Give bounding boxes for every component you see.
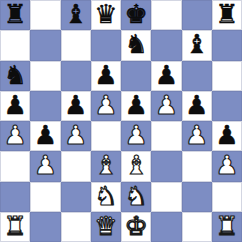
piece-white-pawn: ♟ [124, 122, 147, 148]
piece-black-bishop: ♝ [64, 1, 87, 27]
piece-white-pawn: ♟ [155, 92, 178, 118]
square-a6[interactable]: ♞ [0, 61, 30, 91]
piece-white-bishop: ♝ [124, 152, 147, 178]
square-b4[interactable]: ♟ [30, 121, 60, 151]
piece-white-knight: ♞ [124, 183, 147, 209]
piece-white-pawn: ♟ [3, 122, 26, 148]
square-d8[interactable]: ♛ [91, 0, 121, 30]
piece-black-rook: ♜ [215, 1, 238, 27]
square-h6[interactable] [212, 61, 242, 91]
piece-black-knight: ♞ [124, 31, 147, 57]
square-b8[interactable] [30, 0, 60, 30]
square-f3[interactable] [151, 151, 181, 181]
piece-black-pawn: ♟ [155, 62, 178, 88]
square-e7[interactable]: ♞ [121, 30, 151, 60]
square-a5[interactable]: ♟ [0, 91, 30, 121]
square-d3[interactable]: ♝ [91, 151, 121, 181]
square-h2[interactable] [212, 182, 242, 212]
square-g7[interactable]: ♝ [182, 30, 212, 60]
square-c2[interactable] [61, 182, 91, 212]
square-e8[interactable]: ♚ [121, 0, 151, 30]
square-c4[interactable]: ♟ [61, 121, 91, 151]
square-c6[interactable] [61, 61, 91, 91]
piece-white-bishop: ♝ [94, 152, 117, 178]
piece-white-rook: ♜ [3, 213, 26, 239]
square-e2[interactable]: ♞ [121, 182, 151, 212]
square-c5[interactable]: ♟ [61, 91, 91, 121]
square-a4[interactable]: ♟ [0, 121, 30, 151]
square-d5[interactable]: ♟ [91, 91, 121, 121]
square-g8[interactable] [182, 0, 212, 30]
square-e6[interactable] [121, 61, 151, 91]
piece-black-bishop: ♝ [185, 31, 208, 57]
square-h7[interactable] [212, 30, 242, 60]
piece-black-pawn: ♟ [34, 122, 57, 148]
square-f5[interactable]: ♟ [151, 91, 181, 121]
piece-white-pawn: ♟ [34, 152, 57, 178]
square-d1[interactable]: ♛ [91, 212, 121, 242]
square-f4[interactable] [151, 121, 181, 151]
square-e4[interactable]: ♟ [121, 121, 151, 151]
piece-black-queen: ♛ [94, 1, 117, 27]
piece-black-pawn: ♟ [185, 92, 208, 118]
square-d7[interactable] [91, 30, 121, 60]
piece-white-king: ♚ [124, 213, 147, 239]
square-g3[interactable] [182, 151, 212, 181]
square-b1[interactable] [30, 212, 60, 242]
piece-white-queen: ♛ [94, 213, 117, 239]
piece-black-king: ♚ [124, 1, 147, 27]
square-d6[interactable]: ♟ [91, 61, 121, 91]
square-g6[interactable] [182, 61, 212, 91]
square-c8[interactable]: ♝ [61, 0, 91, 30]
square-f6[interactable]: ♟ [151, 61, 181, 91]
chess-board: ♜♝♛♚♜♞♝♞♟♟♟♟♟♟♟♟♟♟♟♟♟♟♟♝♝♟♞♞♜♛♚♜ [0, 0, 242, 242]
square-c7[interactable] [61, 30, 91, 60]
piece-white-pawn: ♟ [215, 152, 238, 178]
square-b2[interactable] [30, 182, 60, 212]
piece-black-pawn: ♟ [3, 92, 26, 118]
square-e3[interactable]: ♝ [121, 151, 151, 181]
square-f2[interactable] [151, 182, 181, 212]
piece-black-rook: ♜ [3, 1, 26, 27]
square-a2[interactable] [0, 182, 30, 212]
square-a7[interactable] [0, 30, 30, 60]
square-d4[interactable] [91, 121, 121, 151]
square-b5[interactable] [30, 91, 60, 121]
square-c1[interactable] [61, 212, 91, 242]
piece-black-pawn: ♟ [215, 122, 238, 148]
square-h4[interactable]: ♟ [212, 121, 242, 151]
piece-white-pawn: ♟ [64, 122, 87, 148]
square-g2[interactable] [182, 182, 212, 212]
square-d2[interactable]: ♞ [91, 182, 121, 212]
square-g1[interactable] [182, 212, 212, 242]
square-c3[interactable] [61, 151, 91, 181]
square-f8[interactable] [151, 0, 181, 30]
piece-white-rook: ♜ [215, 213, 238, 239]
piece-white-knight: ♞ [94, 183, 117, 209]
piece-black-knight: ♞ [3, 62, 26, 88]
piece-black-pawn: ♟ [124, 92, 147, 118]
square-e1[interactable]: ♚ [121, 212, 151, 242]
piece-white-pawn: ♟ [185, 122, 208, 148]
piece-black-pawn: ♟ [64, 92, 87, 118]
square-b7[interactable] [30, 30, 60, 60]
square-g5[interactable]: ♟ [182, 91, 212, 121]
square-h3[interactable]: ♟ [212, 151, 242, 181]
square-f1[interactable] [151, 212, 181, 242]
square-b6[interactable] [30, 61, 60, 91]
square-a3[interactable] [0, 151, 30, 181]
square-e5[interactable]: ♟ [121, 91, 151, 121]
square-h1[interactable]: ♜ [212, 212, 242, 242]
square-a1[interactable]: ♜ [0, 212, 30, 242]
square-b3[interactable]: ♟ [30, 151, 60, 181]
piece-black-pawn: ♟ [94, 62, 117, 88]
square-h8[interactable]: ♜ [212, 0, 242, 30]
square-g4[interactable]: ♟ [182, 121, 212, 151]
piece-white-pawn: ♟ [94, 92, 117, 118]
square-f7[interactable] [151, 30, 181, 60]
square-h5[interactable] [212, 91, 242, 121]
square-a8[interactable]: ♜ [0, 0, 30, 30]
